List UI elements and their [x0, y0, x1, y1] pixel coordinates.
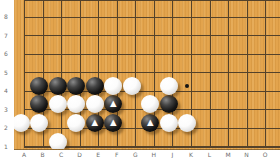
triangle-mark: ▲ — [86, 114, 104, 132]
white-stone-K2[interactable] — [178, 114, 196, 132]
column-label-A: A — [18, 151, 30, 158]
row-label-6: 6 — [0, 50, 12, 57]
column-label-G: G — [129, 151, 141, 158]
grid-row-line-5 — [24, 72, 280, 73]
column-label-H: H — [148, 151, 160, 158]
white-stone-G4[interactable] — [123, 77, 141, 95]
grid-row-line-7 — [24, 35, 280, 36]
column-label-B: B — [37, 151, 49, 158]
white-stone-H3[interactable] — [141, 95, 159, 113]
black-stone-J3[interactable] — [160, 95, 178, 113]
star-point-K4 — [185, 84, 189, 88]
column-label-E: E — [92, 151, 104, 158]
grid-row-line-8 — [24, 17, 280, 18]
row-label-7: 7 — [0, 32, 12, 39]
row-label-1: 1 — [0, 143, 12, 150]
column-label-M: M — [222, 151, 234, 158]
black-stone-C4[interactable] — [49, 77, 67, 95]
white-stone-C3[interactable] — [49, 95, 67, 113]
row-label-2: 2 — [0, 124, 12, 131]
white-stone-A2[interactable] — [14, 114, 30, 132]
grid-row-line-9-clipped — [24, 0, 280, 1]
column-label-K: K — [185, 151, 197, 158]
black-stone-H2[interactable]: ▲ — [141, 114, 159, 132]
grid-column-line-L — [210, 0, 211, 148]
row-label-3: 3 — [0, 106, 12, 113]
white-stone-B2[interactable] — [30, 114, 48, 132]
white-stone-J4[interactable] — [160, 77, 178, 95]
column-label-C: C — [55, 151, 67, 158]
go-board[interactable]: ▲▲▲▲ — [14, 0, 280, 150]
grid-row-line-6 — [24, 54, 280, 55]
row-label-8: 8 — [0, 13, 12, 20]
white-stone-D2[interactable] — [67, 114, 85, 132]
black-stone-B4[interactable] — [30, 77, 48, 95]
column-label-L: L — [204, 151, 216, 158]
white-stone-F4[interactable] — [104, 77, 122, 95]
row-label-4: 4 — [0, 87, 12, 94]
grid-column-line-G — [135, 0, 136, 148]
go-diagram: ▲▲▲▲ ABCDEFGHJKLMNO87654321 — [0, 0, 280, 158]
row-label-5: 5 — [0, 69, 12, 76]
column-label-N: N — [241, 151, 253, 158]
black-stone-F2[interactable]: ▲ — [104, 114, 122, 132]
grid-column-line-N — [247, 0, 248, 148]
black-stone-B3[interactable] — [30, 95, 48, 113]
column-label-D: D — [74, 151, 86, 158]
white-stone-C1[interactable] — [49, 133, 67, 151]
black-stone-E4[interactable] — [86, 77, 104, 95]
grid-column-line-O — [265, 0, 266, 148]
black-stone-F3[interactable]: ▲ — [104, 95, 122, 113]
triangle-mark: ▲ — [104, 114, 122, 132]
column-label-J: J — [166, 151, 178, 158]
column-label-F: F — [111, 151, 123, 158]
white-stone-D3[interactable] — [67, 95, 85, 113]
triangle-mark: ▲ — [104, 95, 122, 113]
triangle-mark: ▲ — [141, 114, 159, 132]
white-stone-J2[interactable] — [160, 114, 178, 132]
grid-column-line-M — [228, 0, 229, 148]
white-stone-E3[interactable] — [86, 95, 104, 113]
grid-column-line-C — [61, 0, 62, 148]
black-stone-D4[interactable] — [67, 77, 85, 95]
black-stone-E2[interactable]: ▲ — [86, 114, 104, 132]
column-label-O: O — [259, 151, 271, 158]
